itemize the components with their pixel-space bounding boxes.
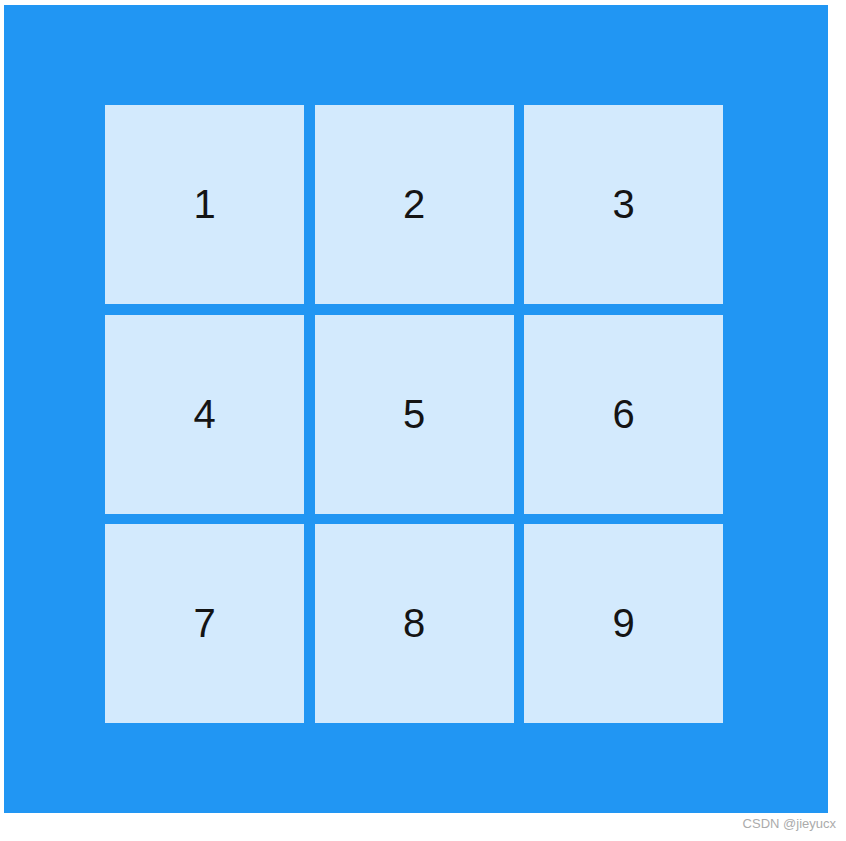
grid-cell-4[interactable]: 4 xyxy=(105,315,304,514)
grid-cell-1[interactable]: 1 xyxy=(105,105,304,304)
grid: 1 2 3 4 5 6 7 8 9 xyxy=(105,105,723,723)
grid-cell-6[interactable]: 6 xyxy=(524,315,723,514)
grid-cell-2[interactable]: 2 xyxy=(315,105,514,304)
grid-cell-3[interactable]: 3 xyxy=(524,105,723,304)
grid-cell-5[interactable]: 5 xyxy=(315,315,514,514)
grid-cell-9[interactable]: 9 xyxy=(524,524,723,723)
game-board: 1 2 3 4 5 6 7 8 9 xyxy=(4,5,828,813)
watermark: CSDN @jieyucx xyxy=(743,816,836,831)
grid-cell-8[interactable]: 8 xyxy=(315,524,514,723)
grid-cell-7[interactable]: 7 xyxy=(105,524,304,723)
